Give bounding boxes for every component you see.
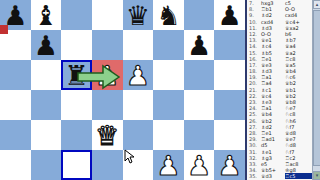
square-c2[interactable] bbox=[61, 150, 92, 180]
black-knight-f7[interactable]: ♞ bbox=[156, 2, 180, 29]
square-c4[interactable] bbox=[61, 90, 92, 120]
chess-board[interactable]: ♟♝♛♞♟♟♟♜♟♟♛♟♟♟ bbox=[0, 0, 245, 180]
square-g7[interactable] bbox=[184, 0, 215, 30]
square-f7[interactable]: ♞ bbox=[153, 0, 184, 30]
square-h3[interactable] bbox=[214, 120, 245, 150]
square-e6[interactable] bbox=[123, 30, 154, 60]
square-d3[interactable]: ♛ bbox=[92, 120, 123, 150]
square-g2[interactable]: ♟ bbox=[184, 150, 215, 180]
white-pawn-d5[interactable]: ♟ bbox=[95, 62, 119, 89]
square-e3[interactable] bbox=[123, 120, 154, 150]
square-h7[interactable]: ♟ bbox=[214, 0, 245, 30]
white-pawn-h2[interactable]: ♟ bbox=[218, 152, 242, 179]
square-b4[interactable] bbox=[31, 90, 62, 120]
black-rook-c5[interactable]: ♜ bbox=[64, 62, 88, 89]
black-queen-e7[interactable]: ♛ bbox=[126, 2, 150, 29]
square-a6[interactable] bbox=[0, 30, 31, 60]
square-a4[interactable] bbox=[0, 90, 31, 120]
move-list[interactable]: 7.hxg3c58.♖b1O-O9.♗d2cxd410.cxd4♕c4+11.♗… bbox=[247, 0, 314, 180]
white-pawn-g2[interactable]: ♟ bbox=[187, 152, 211, 179]
square-h4[interactable] bbox=[214, 90, 245, 120]
square-c3[interactable] bbox=[61, 120, 92, 150]
black-pawn-g6[interactable]: ♟ bbox=[187, 32, 211, 59]
square-b2[interactable] bbox=[31, 150, 62, 180]
scrollbar-thumb[interactable] bbox=[313, 10, 320, 166]
move-number: 35. bbox=[247, 173, 261, 179]
square-g5[interactable] bbox=[184, 60, 215, 90]
move-list-scrollbar[interactable]: ▴ ▾ bbox=[312, 0, 320, 180]
square-f5[interactable] bbox=[153, 60, 184, 90]
white-pawn-f2[interactable]: ♟ bbox=[156, 152, 180, 179]
square-a5[interactable] bbox=[0, 60, 31, 90]
scrollbar-up-arrow-icon[interactable]: ▴ bbox=[313, 0, 320, 9]
black-bishop-b7[interactable]: ♝ bbox=[34, 2, 58, 29]
scrollbar-down-arrow-icon[interactable]: ▾ bbox=[313, 171, 320, 180]
chess-app-window: ♟♝♛♞♟♟♟♜♟♟♛♟♟♟ 7.hxg3c58.♖b1O-O9.♗d2cxd4… bbox=[0, 0, 320, 180]
square-f6[interactable] bbox=[153, 30, 184, 60]
square-h5[interactable] bbox=[214, 60, 245, 90]
white-queen-d3[interactable]: ♛ bbox=[95, 122, 119, 149]
square-g3[interactable] bbox=[184, 120, 215, 150]
square-f2[interactable]: ♟ bbox=[153, 150, 184, 180]
square-a3[interactable] bbox=[0, 120, 31, 150]
square-b5[interactable] bbox=[31, 60, 62, 90]
square-e4[interactable] bbox=[123, 90, 154, 120]
square-c7[interactable] bbox=[61, 0, 92, 30]
square-h6[interactable] bbox=[214, 30, 245, 60]
square-a2[interactable] bbox=[0, 150, 31, 180]
square-b7[interactable]: ♝ bbox=[31, 0, 62, 30]
square-e5[interactable]: ♟ bbox=[123, 60, 154, 90]
move-list-panel: 7.hxg3c58.♖b1O-O9.♗d2cxd410.cxd4♕c4+11.♗… bbox=[245, 0, 320, 180]
square-d5[interactable]: ♟ bbox=[92, 60, 123, 90]
square-d4[interactable] bbox=[92, 90, 123, 120]
square-h2[interactable]: ♟ bbox=[214, 150, 245, 180]
square-g4[interactable] bbox=[184, 90, 215, 120]
square-c6[interactable] bbox=[61, 30, 92, 60]
square-f3[interactable] bbox=[153, 120, 184, 150]
square-e7[interactable]: ♛ bbox=[123, 0, 154, 30]
black-pawn-h7[interactable]: ♟ bbox=[218, 2, 242, 29]
square-c5[interactable]: ♜ bbox=[61, 60, 92, 90]
square-g6[interactable]: ♟ bbox=[184, 30, 215, 60]
move-row-35: 35.♕d3♖c5 bbox=[247, 173, 314, 179]
square-d6[interactable] bbox=[92, 30, 123, 60]
square-f4[interactable] bbox=[153, 90, 184, 120]
left-edge-red-marker bbox=[0, 25, 8, 34]
selected-move[interactable]: ♖c5 bbox=[285, 173, 314, 179]
square-b6[interactable]: ♟ bbox=[31, 30, 62, 60]
white-move[interactable]: ♕d3 bbox=[261, 173, 285, 179]
black-pawn-b6[interactable]: ♟ bbox=[34, 32, 58, 59]
square-e2[interactable] bbox=[123, 150, 154, 180]
white-pawn-e5[interactable]: ♟ bbox=[126, 62, 150, 89]
square-d2[interactable] bbox=[92, 150, 123, 180]
square-d7[interactable] bbox=[92, 0, 123, 30]
square-b3[interactable] bbox=[31, 120, 62, 150]
